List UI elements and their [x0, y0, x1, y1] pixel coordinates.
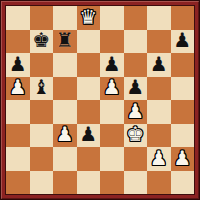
square-e1[interactable]	[100, 171, 124, 195]
piece-white-pawn-c3: ♟	[56, 124, 74, 144]
square-c4[interactable]	[53, 100, 77, 124]
square-c2[interactable]	[53, 147, 77, 171]
square-a8[interactable]	[6, 6, 30, 30]
square-h7[interactable]: ♟	[171, 30, 195, 54]
square-h2[interactable]: ♟	[171, 147, 195, 171]
square-f3[interactable]: ♚	[124, 124, 148, 148]
square-d2[interactable]	[77, 147, 101, 171]
square-g6[interactable]: ♟	[147, 53, 171, 77]
piece-white-pawn-e5: ♟	[103, 77, 121, 97]
square-b2[interactable]	[30, 147, 54, 171]
piece-white-queen-d8: ♛	[79, 7, 97, 27]
square-b3[interactable]	[30, 124, 54, 148]
square-e8[interactable]	[100, 6, 124, 30]
square-d5[interactable]	[77, 77, 101, 101]
square-h1[interactable]	[171, 171, 195, 195]
square-b5[interactable]: ♝	[30, 77, 54, 101]
square-b7[interactable]: ♚	[30, 30, 54, 54]
square-g1[interactable]	[147, 171, 171, 195]
square-b1[interactable]	[30, 171, 54, 195]
square-b8[interactable]	[30, 6, 54, 30]
chess-board-frame: ♛♚♜♟♟♟♟♟♝♟♟♟♟♟♚♟♟	[0, 0, 200, 200]
square-g5[interactable]	[147, 77, 171, 101]
piece-black-pawn-h7: ♟	[173, 30, 191, 50]
square-e5[interactable]: ♟	[100, 77, 124, 101]
square-a2[interactable]	[6, 147, 30, 171]
square-c8[interactable]	[53, 6, 77, 30]
square-c7[interactable]: ♜	[53, 30, 77, 54]
piece-white-pawn-f4: ♟	[126, 101, 144, 121]
square-f5[interactable]: ♟	[124, 77, 148, 101]
square-a1[interactable]	[6, 171, 30, 195]
piece-white-king-f3: ♚	[126, 124, 144, 144]
piece-white-pawn-a5: ♟	[9, 77, 27, 97]
square-h5[interactable]	[171, 77, 195, 101]
square-e4[interactable]	[100, 100, 124, 124]
square-c1[interactable]	[53, 171, 77, 195]
square-f2[interactable]	[124, 147, 148, 171]
piece-black-king-b7: ♚	[32, 30, 50, 50]
square-d3[interactable]: ♟	[77, 124, 101, 148]
square-d4[interactable]	[77, 100, 101, 124]
square-f4[interactable]: ♟	[124, 100, 148, 124]
square-e7[interactable]	[100, 30, 124, 54]
square-f1[interactable]	[124, 171, 148, 195]
square-a6[interactable]: ♟	[6, 53, 30, 77]
square-e3[interactable]	[100, 124, 124, 148]
square-b4[interactable]	[30, 100, 54, 124]
square-h4[interactable]	[171, 100, 195, 124]
square-f6[interactable]	[124, 53, 148, 77]
chess-board: ♛♚♜♟♟♟♟♟♝♟♟♟♟♟♚♟♟	[5, 5, 195, 195]
piece-black-pawn-f5: ♟	[126, 77, 144, 97]
square-h6[interactable]	[171, 53, 195, 77]
piece-black-pawn-a6: ♟	[9, 54, 27, 74]
square-e6[interactable]: ♟	[100, 53, 124, 77]
square-f8[interactable]	[124, 6, 148, 30]
square-d6[interactable]	[77, 53, 101, 77]
square-g7[interactable]	[147, 30, 171, 54]
piece-black-pawn-g6: ♟	[150, 54, 168, 74]
square-c3[interactable]: ♟	[53, 124, 77, 148]
square-a3[interactable]	[6, 124, 30, 148]
square-e2[interactable]	[100, 147, 124, 171]
piece-black-pawn-d3: ♟	[79, 124, 97, 144]
square-c6[interactable]	[53, 53, 77, 77]
square-h8[interactable]	[171, 6, 195, 30]
square-a7[interactable]	[6, 30, 30, 54]
square-d1[interactable]	[77, 171, 101, 195]
square-g3[interactable]	[147, 124, 171, 148]
piece-black-rook-c7: ♜	[56, 30, 74, 50]
square-c5[interactable]	[53, 77, 77, 101]
piece-black-bishop-b5: ♝	[32, 77, 50, 97]
square-g8[interactable]	[147, 6, 171, 30]
square-d8[interactable]: ♛	[77, 6, 101, 30]
square-a4[interactable]	[6, 100, 30, 124]
square-b6[interactable]	[30, 53, 54, 77]
square-g2[interactable]: ♟	[147, 147, 171, 171]
square-g4[interactable]	[147, 100, 171, 124]
piece-white-pawn-g2: ♟	[150, 148, 168, 168]
square-d7[interactable]	[77, 30, 101, 54]
square-f7[interactable]	[124, 30, 148, 54]
piece-black-pawn-e6: ♟	[103, 54, 121, 74]
square-h3[interactable]	[171, 124, 195, 148]
piece-white-pawn-h2: ♟	[173, 148, 191, 168]
square-a5[interactable]: ♟	[6, 77, 30, 101]
